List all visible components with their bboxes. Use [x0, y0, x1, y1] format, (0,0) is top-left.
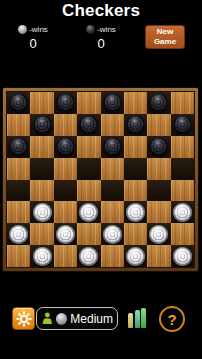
white-checker[interactable]	[79, 203, 98, 222]
difficulty-label: Medium	[70, 312, 113, 326]
square-d6[interactable]	[77, 136, 100, 158]
black-checker[interactable]	[103, 93, 122, 112]
square-a3[interactable]	[7, 201, 30, 223]
square-h2[interactable]	[171, 223, 194, 245]
black-checker[interactable]	[149, 137, 168, 156]
square-b7[interactable]	[30, 114, 53, 136]
square-c5[interactable]	[54, 158, 77, 180]
black-checker[interactable]	[149, 93, 168, 112]
square-b5[interactable]	[30, 158, 53, 180]
white-checker[interactable]	[56, 225, 75, 244]
square-e2[interactable]	[101, 223, 124, 245]
square-g4[interactable]	[147, 180, 170, 202]
black-checker[interactable]	[79, 115, 98, 134]
black-checker[interactable]	[126, 115, 145, 134]
square-a2[interactable]	[7, 223, 30, 245]
white-checker[interactable]	[126, 203, 145, 222]
square-g6[interactable]	[147, 136, 170, 158]
human-player-icon	[41, 312, 54, 325]
gear-icon	[16, 311, 32, 327]
square-f1[interactable]	[124, 245, 147, 267]
black-wins-counter: -wins 0	[74, 25, 128, 51]
square-c8[interactable]	[54, 92, 77, 114]
square-b8[interactable]	[30, 92, 53, 114]
square-a5[interactable]	[7, 158, 30, 180]
square-a6[interactable]	[7, 136, 30, 158]
book-tan	[128, 313, 133, 328]
book-teal	[135, 310, 140, 328]
square-d5[interactable]	[77, 158, 100, 180]
settings-button[interactable]	[12, 307, 35, 330]
square-c7[interactable]	[54, 114, 77, 136]
square-g7[interactable]	[147, 114, 170, 136]
square-a1[interactable]	[7, 245, 30, 267]
white-checker[interactable]	[173, 247, 192, 266]
square-c4[interactable]	[54, 180, 77, 202]
square-e1[interactable]	[101, 245, 124, 267]
help-button[interactable]: ?	[159, 306, 185, 332]
square-e6[interactable]	[101, 136, 124, 158]
square-e7[interactable]	[101, 114, 124, 136]
square-f7[interactable]	[124, 114, 147, 136]
square-d4[interactable]	[77, 180, 100, 202]
new-game-button[interactable]: New Game	[145, 25, 185, 49]
question-mark-icon: ?	[167, 311, 176, 328]
white-checker[interactable]	[126, 247, 145, 266]
white-checker[interactable]	[9, 225, 28, 244]
square-h7[interactable]	[171, 114, 194, 136]
square-g1[interactable]	[147, 245, 170, 267]
checkers-board	[7, 92, 194, 267]
square-e8[interactable]	[101, 92, 124, 114]
square-a8[interactable]	[7, 92, 30, 114]
square-f4[interactable]	[124, 180, 147, 202]
square-c2[interactable]	[54, 223, 77, 245]
black-wins-value: 0	[74, 36, 128, 51]
square-e4[interactable]	[101, 180, 124, 202]
white-checker[interactable]	[149, 225, 168, 244]
square-a4[interactable]	[7, 180, 30, 202]
black-checker[interactable]	[56, 137, 75, 156]
square-b1[interactable]	[30, 245, 53, 267]
white-checker[interactable]	[33, 247, 52, 266]
checkers-app: Checkers -wins 0 -wins 0 New Game	[0, 0, 202, 359]
square-d2[interactable]	[77, 223, 100, 245]
square-h3[interactable]	[171, 201, 194, 223]
square-b3[interactable]	[30, 201, 53, 223]
white-checker[interactable]	[173, 203, 192, 222]
square-h8[interactable]	[171, 92, 194, 114]
black-checker[interactable]	[103, 137, 122, 156]
white-checker[interactable]	[33, 203, 52, 222]
square-g8[interactable]	[147, 92, 170, 114]
square-g5[interactable]	[147, 158, 170, 180]
white-checker[interactable]	[103, 225, 122, 244]
black-checker[interactable]	[9, 137, 28, 156]
black-checker[interactable]	[9, 93, 28, 112]
board-frame	[2, 87, 199, 272]
black-checker[interactable]	[56, 93, 75, 112]
square-f3[interactable]	[124, 201, 147, 223]
square-h1[interactable]	[171, 245, 194, 267]
books-icon[interactable]	[128, 307, 147, 328]
square-g3[interactable]	[147, 201, 170, 223]
square-b4[interactable]	[30, 180, 53, 202]
square-f6[interactable]	[124, 136, 147, 158]
square-b6[interactable]	[30, 136, 53, 158]
square-b2[interactable]	[30, 223, 53, 245]
square-h6[interactable]	[171, 136, 194, 158]
square-c3[interactable]	[54, 201, 77, 223]
square-c6[interactable]	[54, 136, 77, 158]
square-d3[interactable]	[77, 201, 100, 223]
page-title: Checkers	[0, 1, 202, 21]
black-checker[interactable]	[33, 115, 52, 134]
square-d1[interactable]	[77, 245, 100, 267]
gray-wins-counter: -wins 0	[6, 25, 60, 51]
black-checker-icon	[86, 25, 95, 34]
book-green	[141, 308, 146, 328]
square-d8[interactable]	[77, 92, 100, 114]
gray-checker-icon	[56, 313, 68, 325]
square-f2[interactable]	[124, 223, 147, 245]
square-f8[interactable]	[124, 92, 147, 114]
square-h5[interactable]	[171, 158, 194, 180]
square-g2[interactable]	[147, 223, 170, 245]
square-c1[interactable]	[54, 245, 77, 267]
square-h4[interactable]	[171, 180, 194, 202]
gray-checker-icon	[18, 25, 27, 34]
gray-wins-value: 0	[6, 36, 60, 51]
white-checker[interactable]	[79, 247, 98, 266]
square-e5[interactable]	[101, 158, 124, 180]
square-d7[interactable]	[77, 114, 100, 136]
square-f5[interactable]	[124, 158, 147, 180]
black-wins-label: -wins	[97, 25, 116, 34]
black-checker[interactable]	[173, 115, 192, 134]
square-e3[interactable]	[101, 201, 124, 223]
gray-wins-label: -wins	[29, 25, 48, 34]
difficulty-selector[interactable]: Medium	[36, 307, 118, 330]
square-a7[interactable]	[7, 114, 30, 136]
